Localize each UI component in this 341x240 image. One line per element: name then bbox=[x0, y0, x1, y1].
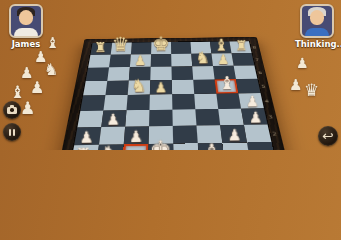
rank-label-4: 4 bbox=[261, 93, 274, 108]
square-d5[interactable] bbox=[172, 80, 194, 95]
piece-gold-q-g8[interactable]: ♛ bbox=[112, 35, 130, 54]
piece-gold-r-a8[interactable]: ♜ bbox=[235, 39, 247, 53]
square-f4[interactable] bbox=[126, 95, 149, 111]
square-b5[interactable]: ♝ bbox=[215, 79, 239, 94]
player-left-avatar bbox=[9, 4, 43, 38]
rank-label-1: 1 bbox=[271, 142, 286, 150]
square-g7[interactable] bbox=[109, 54, 131, 67]
square-g4[interactable] bbox=[103, 95, 127, 111]
piece-gold-k-e8[interactable]: ♚ bbox=[152, 35, 169, 54]
rank-label-8: 8 bbox=[249, 41, 260, 53]
piece-gold-p-e5[interactable]: ♟ bbox=[154, 80, 167, 94]
square-c7[interactable]: ♞ bbox=[191, 53, 213, 66]
piece-white-p-f2[interactable]: ♟ bbox=[129, 128, 143, 144]
rank-label-6: 6 bbox=[254, 65, 266, 78]
square-a5[interactable] bbox=[236, 79, 261, 94]
square-d6[interactable] bbox=[171, 66, 193, 80]
square-h5[interactable] bbox=[83, 81, 107, 96]
piece-white-b-c1[interactable]: ♝ bbox=[202, 141, 221, 150]
board-scene: ♜♛♚♝♜♟♞♟♞♟♝♟♟♟♟♟♟♜♞♚♝ HGFEDCBA 87654321 bbox=[62, 0, 282, 150]
avatar-face bbox=[19, 10, 33, 25]
captured-piece-left-6: ♟ bbox=[20, 100, 35, 117]
square-a8[interactable]: ♜ bbox=[229, 41, 251, 53]
player-right: Thinking... bbox=[295, 4, 339, 49]
square-d7[interactable] bbox=[171, 54, 192, 67]
square-a7[interactable] bbox=[232, 53, 255, 66]
square-h2[interactable]: ♟ bbox=[74, 127, 101, 145]
square-d8[interactable] bbox=[171, 42, 191, 54]
square-b4[interactable] bbox=[216, 93, 241, 109]
square-a6[interactable] bbox=[234, 65, 258, 79]
piece-gold-p-b7[interactable]: ♟ bbox=[217, 53, 229, 66]
square-b7[interactable]: ♟ bbox=[211, 53, 233, 66]
piece-white-p-g3[interactable]: ♟ bbox=[106, 112, 120, 127]
captured-piece-right-1: ♟ bbox=[289, 78, 302, 93]
square-g5[interactable] bbox=[105, 81, 128, 96]
piece-gold-n-f5[interactable]: ♞ bbox=[131, 78, 147, 95]
square-g1[interactable]: ♞ bbox=[97, 144, 124, 150]
camera-button[interactable] bbox=[3, 101, 21, 119]
square-e8[interactable]: ♚ bbox=[151, 42, 171, 54]
player-right-avatar bbox=[300, 4, 334, 38]
square-h1[interactable]: ♜ bbox=[71, 145, 99, 150]
square-f3[interactable] bbox=[125, 110, 149, 127]
square-b1[interactable] bbox=[222, 143, 250, 150]
square-e1[interactable]: ♚ bbox=[148, 144, 174, 150]
square-g6[interactable] bbox=[107, 67, 130, 81]
square-h3[interactable] bbox=[77, 111, 103, 128]
square-c3[interactable] bbox=[195, 109, 220, 126]
square-c5[interactable] bbox=[193, 79, 216, 94]
piece-white-b-b5[interactable]: ♝ bbox=[219, 74, 235, 92]
avatar-shirt bbox=[14, 28, 38, 38]
piece-white-n-g1[interactable]: ♞ bbox=[100, 144, 118, 150]
square-d4[interactable] bbox=[172, 94, 195, 110]
square-h7[interactable] bbox=[88, 55, 111, 68]
square-a3[interactable]: ♟ bbox=[241, 108, 267, 125]
square-f1[interactable] bbox=[122, 144, 148, 150]
piece-white-k-e1[interactable]: ♚ bbox=[149, 138, 171, 150]
captured-piece-right-0: ♟ bbox=[296, 56, 309, 70]
square-d3[interactable] bbox=[172, 109, 196, 126]
pause-icon bbox=[9, 129, 15, 136]
square-h8[interactable]: ♜ bbox=[90, 43, 112, 55]
pause-button[interactable] bbox=[3, 123, 21, 141]
square-f7[interactable]: ♟ bbox=[130, 54, 151, 67]
piece-gold-n-c7[interactable]: ♞ bbox=[195, 50, 210, 66]
square-e3[interactable] bbox=[149, 110, 173, 127]
square-a4[interactable]: ♟ bbox=[238, 93, 263, 109]
square-c6[interactable] bbox=[192, 66, 214, 80]
undo-icon: ↩ bbox=[322, 130, 334, 142]
piece-white-p-h2[interactable]: ♟ bbox=[79, 129, 93, 145]
square-b3[interactable] bbox=[218, 109, 244, 126]
square-h6[interactable] bbox=[86, 67, 109, 81]
piece-white-p-a3[interactable]: ♟ bbox=[249, 110, 263, 125]
square-e6[interactable] bbox=[150, 67, 171, 81]
avatar-face bbox=[310, 10, 324, 25]
square-f2[interactable]: ♟ bbox=[124, 126, 149, 144]
board-grid[interactable]: ♜♛♚♝♜♟♞♟♞♟♝♟♟♟♟♟♟♜♞♚♝ bbox=[71, 41, 276, 150]
square-e4[interactable] bbox=[149, 94, 172, 110]
piece-white-p-b2[interactable]: ♟ bbox=[227, 127, 241, 143]
square-g8[interactable]: ♛ bbox=[111, 43, 132, 55]
captured-piece-left-2: ♞ bbox=[44, 62, 58, 78]
piece-gold-p-f7[interactable]: ♟ bbox=[134, 54, 146, 67]
undo-button[interactable]: ↩ bbox=[318, 126, 338, 146]
square-f5[interactable]: ♞ bbox=[128, 80, 151, 95]
square-c4[interactable] bbox=[194, 94, 218, 110]
piece-white-r-h1[interactable]: ♜ bbox=[76, 147, 92, 150]
player-left: James bbox=[4, 4, 48, 49]
square-g3[interactable]: ♟ bbox=[101, 110, 126, 127]
player-right-status: Thinking... bbox=[295, 39, 339, 49]
piece-gold-r-h8[interactable]: ♜ bbox=[94, 41, 107, 55]
square-b2[interactable]: ♟ bbox=[220, 125, 247, 143]
square-d1[interactable] bbox=[173, 143, 199, 150]
square-c1[interactable]: ♝ bbox=[198, 143, 225, 150]
board-frame: ♜♛♚♝♜♟♞♟♞♟♝♟♟♟♟♟♟♜♞♚♝ HGFEDCBA 87654321 bbox=[56, 37, 292, 150]
square-e5[interactable]: ♟ bbox=[150, 80, 172, 95]
captured-piece-right-2: ♛ bbox=[304, 82, 319, 99]
captured-piece-left-0: ♝ bbox=[46, 36, 59, 51]
square-e7[interactable] bbox=[151, 54, 172, 67]
captured-piece-left-4: ♟ bbox=[30, 80, 44, 96]
avatar-shirt bbox=[305, 28, 329, 38]
piece-white-p-a4[interactable]: ♟ bbox=[246, 94, 259, 109]
camera-icon bbox=[7, 107, 17, 114]
square-h4[interactable] bbox=[80, 95, 105, 111]
square-d2[interactable] bbox=[173, 126, 198, 144]
